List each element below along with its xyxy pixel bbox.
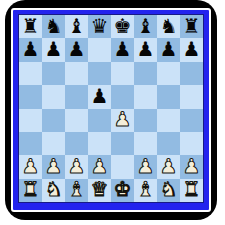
square-d5[interactable]: ♟: [88, 85, 111, 108]
square-f7[interactable]: ♟: [134, 38, 157, 61]
square-e4[interactable]: ♟: [111, 109, 134, 132]
square-f5[interactable]: [134, 85, 157, 108]
square-a5[interactable]: [19, 85, 42, 108]
square-c7[interactable]: ♟: [65, 38, 88, 61]
square-f6[interactable]: [134, 62, 157, 85]
square-a2[interactable]: ♟: [19, 155, 42, 178]
square-g5[interactable]: [157, 85, 180, 108]
piece-black-pawn-c7[interactable]: ♟: [68, 39, 86, 59]
piece-white-pawn-e4[interactable]: ♟: [114, 109, 132, 129]
piece-black-knight-g8[interactable]: ♞: [160, 16, 178, 36]
square-c3[interactable]: [65, 132, 88, 155]
square-e5[interactable]: [111, 85, 134, 108]
square-c4[interactable]: [65, 109, 88, 132]
square-g1[interactable]: ♞: [157, 179, 180, 202]
piece-white-king-e1[interactable]: ♚: [114, 179, 132, 199]
square-c5[interactable]: [65, 85, 88, 108]
piece-black-pawn-h7[interactable]: ♟: [183, 39, 201, 59]
square-b1[interactable]: ♞: [42, 179, 65, 202]
square-h3[interactable]: [180, 132, 203, 155]
piece-white-bishop-c1[interactable]: ♝: [68, 179, 86, 199]
square-b8[interactable]: ♞: [42, 15, 65, 38]
square-e3[interactable]: [111, 132, 134, 155]
piece-white-pawn-g2[interactable]: ♟: [160, 156, 178, 176]
piece-black-pawn-d5[interactable]: ♟: [91, 86, 109, 106]
square-g6[interactable]: [157, 62, 180, 85]
square-g3[interactable]: [157, 132, 180, 155]
square-g2[interactable]: ♟: [157, 155, 180, 178]
square-h4[interactable]: [180, 109, 203, 132]
piece-black-pawn-f7[interactable]: ♟: [137, 39, 155, 59]
piece-white-pawn-a2[interactable]: ♟: [22, 156, 40, 176]
square-g8[interactable]: ♞: [157, 15, 180, 38]
piece-white-pawn-c2[interactable]: ♟: [68, 156, 86, 176]
square-b6[interactable]: [42, 62, 65, 85]
piece-black-pawn-e7[interactable]: ♟: [114, 39, 132, 59]
square-a4[interactable]: [19, 109, 42, 132]
square-a8[interactable]: ♜: [19, 15, 42, 38]
piece-black-rook-a8[interactable]: ♜: [22, 16, 40, 36]
piece-black-rook-h8[interactable]: ♜: [183, 16, 201, 36]
piece-black-queen-d8[interactable]: ♛: [91, 16, 109, 36]
piece-white-pawn-d2[interactable]: ♟: [91, 156, 109, 176]
square-h5[interactable]: [180, 85, 203, 108]
square-b4[interactable]: [42, 109, 65, 132]
square-e1[interactable]: ♚: [111, 179, 134, 202]
square-f4[interactable]: [134, 109, 157, 132]
square-b5[interactable]: [42, 85, 65, 108]
piece-white-knight-g1[interactable]: ♞: [160, 179, 178, 199]
piece-white-bishop-f1[interactable]: ♝: [137, 179, 155, 199]
square-d7[interactable]: [88, 38, 111, 61]
square-d6[interactable]: [88, 62, 111, 85]
square-h8[interactable]: ♜: [180, 15, 203, 38]
square-d4[interactable]: [88, 109, 111, 132]
piece-white-knight-b1[interactable]: ♞: [45, 179, 63, 199]
square-d3[interactable]: [88, 132, 111, 155]
piece-white-queen-d1[interactable]: ♛: [91, 179, 109, 199]
square-e7[interactable]: ♟: [111, 38, 134, 61]
piece-black-pawn-b7[interactable]: ♟: [45, 39, 63, 59]
square-e8[interactable]: ♚: [111, 15, 134, 38]
piece-white-rook-a1[interactable]: ♜: [22, 179, 40, 199]
piece-black-pawn-g7[interactable]: ♟: [160, 39, 178, 59]
square-a6[interactable]: [19, 62, 42, 85]
square-h6[interactable]: [180, 62, 203, 85]
piece-black-knight-b8[interactable]: ♞: [45, 16, 63, 36]
square-f1[interactable]: ♝: [134, 179, 157, 202]
piece-white-pawn-h2[interactable]: ♟: [183, 156, 201, 176]
square-f8[interactable]: ♝: [134, 15, 157, 38]
square-a1[interactable]: ♜: [19, 179, 42, 202]
piece-black-king-e8[interactable]: ♚: [114, 16, 132, 36]
square-f3[interactable]: [134, 132, 157, 155]
square-f2[interactable]: ♟: [134, 155, 157, 178]
square-c8[interactable]: ♝: [65, 15, 88, 38]
square-e6[interactable]: [111, 62, 134, 85]
square-e2[interactable]: [111, 155, 134, 178]
square-h2[interactable]: ♟: [180, 155, 203, 178]
square-d1[interactable]: ♛: [88, 179, 111, 202]
chess-board: ♜♞♝♛♚♝♞♜♟♟♟♟♟♟♟♟♟♟♟♟♟♟♟♟♜♞♝♛♚♝♞♜: [18, 14, 204, 203]
square-h7[interactable]: ♟: [180, 38, 203, 61]
square-c2[interactable]: ♟: [65, 155, 88, 178]
square-b3[interactable]: [42, 132, 65, 155]
square-c1[interactable]: ♝: [65, 179, 88, 202]
square-b2[interactable]: ♟: [42, 155, 65, 178]
piece-white-pawn-f2[interactable]: ♟: [137, 156, 155, 176]
square-h1[interactable]: ♜: [180, 179, 203, 202]
piece-black-pawn-a7[interactable]: ♟: [22, 39, 40, 59]
square-d2[interactable]: ♟: [88, 155, 111, 178]
square-g7[interactable]: ♟: [157, 38, 180, 61]
square-d8[interactable]: ♛: [88, 15, 111, 38]
square-a3[interactable]: [19, 132, 42, 155]
piece-black-bishop-c8[interactable]: ♝: [68, 16, 86, 36]
square-b7[interactable]: ♟: [42, 38, 65, 61]
piece-black-bishop-f8[interactable]: ♝: [137, 16, 155, 36]
square-g4[interactable]: [157, 109, 180, 132]
square-a7[interactable]: ♟: [19, 38, 42, 61]
piece-white-rook-h1[interactable]: ♜: [183, 179, 201, 199]
square-c6[interactable]: [65, 62, 88, 85]
piece-white-pawn-b2[interactable]: ♟: [45, 156, 63, 176]
